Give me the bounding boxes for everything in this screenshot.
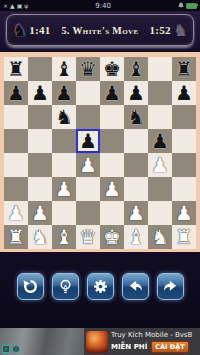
square-e3[interactable]: ♟ [100,177,124,201]
square-g3[interactable] [148,177,172,201]
no-signal-icon: × [3,3,8,9]
piece-black-knight[interactable]: ♞ [55,105,73,129]
square-d3[interactable] [76,177,100,201]
undo-button[interactable] [17,273,44,300]
square-b1[interactable]: ♞ [28,225,52,249]
square-e1[interactable]: ♚ [100,225,124,249]
piece-white-pawn[interactable]: ♟ [151,153,169,177]
black-clock: 1:41 [27,24,52,36]
piece-black-pawn[interactable]: ♟ [55,81,73,105]
square-b5[interactable] [28,129,52,153]
bell-icon [178,2,184,9]
piece-black-pawn[interactable]: ♟ [103,81,121,105]
square-h3[interactable] [172,177,196,201]
square-f6[interactable]: ♞ [124,105,148,129]
status-icons-left: × ▲ ▣ ψ [3,3,28,9]
toolbar [0,252,200,328]
ad-banner[interactable]: Truy Kích Mobile - BvsB MIỄN PHÍ CÀI ĐẶT… [0,328,200,355]
square-g6[interactable] [148,105,172,129]
forward-button[interactable] [157,273,184,300]
square-c1[interactable]: ♝ [52,225,76,249]
square-d8[interactable]: ♛ [76,57,100,81]
piece-black-king[interactable]: ♚ [103,57,121,81]
square-c3[interactable]: ♟ [52,177,76,201]
square-h5[interactable] [172,129,196,153]
piece-black-rook[interactable]: ♜ [175,57,193,81]
gear-icon [92,278,109,295]
ad-close-icon[interactable]: × [2,345,10,353]
square-e8[interactable]: ♚ [100,57,124,81]
wifi-icon: ▲ [10,3,15,9]
square-f2[interactable]: ♟ [124,201,148,225]
piece-black-pawn[interactable]: ♟ [31,81,49,105]
square-e2[interactable] [100,201,124,225]
clock-panel: ♞ 1:41 5. White's Move 1:52 ♞ [6,14,194,46]
square-b6[interactable] [28,105,52,129]
lightbulb-icon [57,278,74,295]
square-h7[interactable]: ♟ [172,81,196,105]
square-e6[interactable] [100,105,124,129]
square-c6[interactable]: ♞ [52,105,76,129]
square-c4[interactable] [52,153,76,177]
piece-black-pawn[interactable]: ♟ [7,81,25,105]
ad-app-icon [86,331,108,353]
status-bar: × ▲ ▣ ψ 9:40 [0,0,200,11]
piece-white-pawn[interactable]: ♟ [127,201,145,225]
piece-white-rook[interactable]: ♜ [175,225,193,249]
white-clock: 1:52 [147,24,172,36]
piece-black-pawn[interactable]: ♟ [151,129,169,153]
hint-button[interactable] [52,273,79,300]
status-icons-right [178,2,197,9]
piece-black-knight[interactable]: ♞ [127,105,145,129]
square-b3[interactable] [28,177,52,201]
ad-subtitle: MIỄN PHÍ [111,343,147,351]
piece-black-rook[interactable]: ♜ [7,57,25,81]
settings-button[interactable] [87,273,114,300]
piece-black-pawn[interactable]: ♟ [175,81,193,105]
piece-white-bishop[interactable]: ♝ [55,225,73,249]
square-f7[interactable]: ♟ [124,81,148,105]
back-arrow-icon [127,278,144,295]
battery-icon [186,3,197,9]
square-g8[interactable] [148,57,172,81]
square-f3[interactable] [124,177,148,201]
square-f8[interactable]: ♝ [124,57,148,81]
square-b4[interactable] [28,153,52,177]
square-c2[interactable] [52,201,76,225]
square-g5[interactable]: ♟ [148,129,172,153]
ad-info-icon[interactable]: i [12,345,20,353]
piece-white-king[interactable]: ♚ [103,225,121,249]
square-a7[interactable]: ♟ [4,81,28,105]
square-e7[interactable]: ♟ [100,81,124,105]
status-clock: 9:40 [28,2,178,10]
ad-badges: × i [2,345,20,353]
square-d5[interactable]: ♟ [76,129,100,153]
square-d1[interactable]: ♛ [76,225,100,249]
white-knight-icon: ♞ [173,22,188,39]
square-f1[interactable]: ♝ [124,225,148,249]
square-e4[interactable] [100,153,124,177]
square-d2[interactable] [76,201,100,225]
piece-black-bishop[interactable]: ♝ [55,57,73,81]
piece-white-pawn[interactable]: ♟ [175,201,193,225]
square-h1[interactable]: ♜ [172,225,196,249]
square-d7[interactable] [76,81,100,105]
piece-black-queen[interactable]: ♛ [79,57,97,81]
piece-white-queen[interactable]: ♛ [79,225,97,249]
square-g4[interactable]: ♟ [148,153,172,177]
square-e5[interactable] [100,129,124,153]
ad-install-button[interactable]: CÀI ĐẶT [151,341,188,353]
piece-black-pawn[interactable]: ♟ [127,81,145,105]
piece-white-pawn[interactable]: ♟ [103,177,121,201]
piece-white-pawn[interactable]: ♟ [55,177,73,201]
undo-icon [22,278,39,295]
square-d4[interactable]: ♟ [76,153,100,177]
screenshot-icon: ▣ [17,3,23,9]
square-a1[interactable]: ♜ [4,225,28,249]
piece-white-pawn[interactable]: ♟ [31,201,49,225]
square-h8[interactable]: ♜ [172,57,196,81]
square-g7[interactable] [148,81,172,105]
move-indicator: 5. White's Move [53,25,148,36]
square-a2[interactable]: ♟ [4,201,28,225]
piece-white-knight[interactable]: ♞ [31,225,49,249]
square-b2[interactable]: ♟ [28,201,52,225]
forward-arrow-icon [162,278,179,295]
ad-title: Truy Kích Mobile - BvsB [111,331,192,339]
piece-black-pawn[interactable]: ♟ [79,129,97,153]
square-f5[interactable] [124,129,148,153]
square-h4[interactable] [172,153,196,177]
square-c8[interactable]: ♝ [52,57,76,81]
piece-white-rook[interactable]: ♜ [7,225,25,249]
square-h6[interactable] [172,105,196,129]
ad-text: Truy Kích Mobile - BvsB MIỄN PHÍ CÀI ĐẶT [111,331,192,353]
black-knight-icon: ♞ [12,22,27,39]
chess-board[interactable]: ♜♝♛♚♝♜♟♟♟♟♟♟♞♞♟♟♟♟♟♟♟♟♟♟♜♞♝♛♚♝♞♜ [4,57,196,249]
square-b8[interactable] [28,57,52,81]
piece-white-pawn[interactable]: ♟ [7,201,25,225]
square-g1[interactable]: ♞ [148,225,172,249]
square-h2[interactable]: ♟ [172,201,196,225]
square-b7[interactable]: ♟ [28,81,52,105]
back-button[interactable] [122,273,149,300]
square-d6[interactable] [76,105,100,129]
square-g2[interactable] [148,201,172,225]
square-a6[interactable] [4,105,28,129]
square-c7[interactable]: ♟ [52,81,76,105]
game-header: ♞ 1:41 5. White's Move 1:52 ♞ [0,11,200,52]
chess-app: × ▲ ▣ ψ 9:40 ♞ 1:41 5. White's Move 1:52… [0,0,200,355]
square-a8[interactable]: ♜ [4,57,28,81]
piece-white-knight[interactable]: ♞ [151,225,169,249]
piece-white-pawn[interactable]: ♟ [79,153,97,177]
board-area: ♜♝♛♚♝♜♟♟♟♟♟♟♞♞♟♟♟♟♟♟♟♟♟♟♜♞♝♛♚♝♞♜ [0,52,200,252]
square-a5[interactable] [4,129,28,153]
square-a4[interactable] [4,153,28,177]
square-c5[interactable] [52,129,76,153]
square-f4[interactable] [124,153,148,177]
piece-white-bishop[interactable]: ♝ [127,225,145,249]
piece-black-bishop[interactable]: ♝ [127,57,145,81]
square-a3[interactable] [4,177,28,201]
